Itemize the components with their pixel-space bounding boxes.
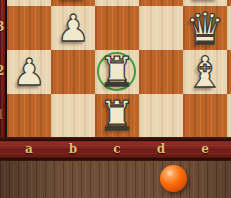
file-label-a: a <box>7 142 51 157</box>
orange-ball-indicator <box>160 165 187 192</box>
file-label-b: b <box>51 142 95 157</box>
piece-white-rook-c2[interactable]: ♜︎ <box>95 50 139 94</box>
frame-table-divider <box>0 158 231 161</box>
square-a2[interactable]: ♟︎ <box>7 50 51 94</box>
square-f3[interactable] <box>227 6 231 50</box>
rank-label-2: 2 <box>0 64 7 78</box>
file-label-strip: a b c d e <box>0 141 231 158</box>
square-b3[interactable]: ♟︎ <box>51 6 95 50</box>
square-c2[interactable]: ♜︎ <box>95 50 139 94</box>
rank-label-3: 3 <box>0 20 7 34</box>
rank-label-1: 1 <box>0 108 7 122</box>
square-d2[interactable] <box>139 50 183 94</box>
file-label-e: e <box>183 142 227 157</box>
square-c3[interactable] <box>95 6 139 50</box>
table-wood-background <box>0 161 231 198</box>
square-b2[interactable] <box>51 50 95 94</box>
chess-app-screenshot: ♟︎♟︎♟︎♛︎♟︎♜︎♝︎♜︎ 3 2 1 a b c d e <box>0 0 231 198</box>
square-f1[interactable] <box>227 94 231 138</box>
chess-board: ♟︎♟︎♟︎♛︎♟︎♜︎♝︎♜︎ <box>7 0 231 138</box>
square-a1[interactable] <box>7 94 51 138</box>
square-d3[interactable] <box>139 6 183 50</box>
file-label-d: d <box>139 142 183 157</box>
square-e2[interactable]: ♝︎ <box>183 50 227 94</box>
board-frame-left: 3 2 1 <box>0 0 7 141</box>
square-a3[interactable] <box>7 6 51 50</box>
square-f2[interactable] <box>227 50 231 94</box>
square-e3[interactable]: ♛︎ <box>183 6 227 50</box>
piece-white-pawn-a2[interactable]: ♟︎ <box>7 50 51 94</box>
file-label-c: c <box>95 142 139 157</box>
square-d1[interactable] <box>139 94 183 138</box>
piece-white-pawn-b3[interactable]: ♟︎ <box>51 6 95 50</box>
piece-white-bishop-e2[interactable]: ♝︎ <box>183 50 227 94</box>
piece-white-rook-c1[interactable]: ♜︎ <box>95 94 139 138</box>
square-b1[interactable] <box>51 94 95 138</box>
square-c1[interactable]: ♜︎ <box>95 94 139 138</box>
square-e1[interactable] <box>183 94 227 138</box>
piece-white-queen-e3[interactable]: ♛︎ <box>183 6 227 50</box>
